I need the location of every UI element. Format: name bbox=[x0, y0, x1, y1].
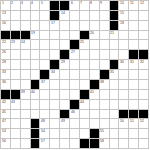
white-cell-r5c7[interactable]: 27 bbox=[70, 50, 79, 59]
white-cell-r9c7[interactable] bbox=[70, 90, 79, 99]
white-cell-r4c13[interactable] bbox=[129, 40, 138, 49]
clue-number-51: 51 bbox=[130, 119, 134, 123]
white-cell-r11c2[interactable] bbox=[21, 110, 30, 119]
white-cell-r10c2[interactable] bbox=[21, 100, 30, 109]
white-cell-r2c4[interactable] bbox=[40, 21, 49, 30]
clue-number-19: 19 bbox=[31, 31, 35, 35]
white-cell-r0c12[interactable]: 10 bbox=[119, 1, 128, 10]
black-cell-r11c14 bbox=[139, 110, 148, 119]
black-cell-r4c7 bbox=[70, 40, 79, 49]
white-cell-r13c10[interactable]: 55 bbox=[100, 129, 109, 138]
black-cell-r3c2 bbox=[21, 31, 30, 40]
clue-number-21: 21 bbox=[110, 31, 114, 35]
clue-number-4: 4 bbox=[31, 1, 33, 5]
white-cell-r14c6[interactable] bbox=[60, 139, 69, 148]
white-cell-r6c8[interactable] bbox=[80, 60, 89, 69]
white-cell-r10c4[interactable] bbox=[40, 100, 49, 109]
white-cell-r9c5[interactable] bbox=[50, 90, 59, 99]
white-cell-r3c5[interactable] bbox=[50, 31, 59, 40]
white-cell-r2c1[interactable] bbox=[11, 21, 20, 30]
white-cell-r4c3[interactable] bbox=[31, 40, 40, 49]
white-cell-r2c6[interactable] bbox=[60, 21, 69, 30]
white-cell-r2c14[interactable] bbox=[139, 21, 148, 30]
white-cell-r5c12[interactable] bbox=[119, 50, 128, 59]
black-cell-r7c10 bbox=[100, 70, 109, 79]
white-cell-r12c1[interactable] bbox=[11, 119, 20, 128]
white-cell-r9c6[interactable] bbox=[60, 90, 69, 99]
black-cell-r9c8 bbox=[80, 90, 89, 99]
clue-number-20: 20 bbox=[90, 31, 94, 35]
white-cell-r2c8[interactable] bbox=[80, 21, 89, 30]
crossword-board: 1234567891011121314151617181920212223242… bbox=[0, 0, 149, 149]
white-cell-r8c5[interactable] bbox=[50, 80, 59, 89]
white-cell-r6c3[interactable] bbox=[31, 60, 40, 69]
white-cell-r10c0[interactable]: 42 bbox=[1, 100, 10, 109]
white-cell-r11c7[interactable]: 46 bbox=[70, 110, 79, 119]
black-cell-r6c5 bbox=[50, 60, 59, 69]
clue-number-18: 18 bbox=[120, 21, 124, 25]
black-cell-r11c12 bbox=[119, 110, 128, 119]
white-cell-r4c9[interactable] bbox=[90, 40, 99, 49]
black-cell-r0c5 bbox=[50, 1, 59, 10]
white-cell-r12c2[interactable] bbox=[21, 119, 30, 128]
white-cell-r5c0[interactable]: 26 bbox=[1, 50, 10, 59]
black-cell-r3c0 bbox=[1, 31, 10, 40]
clue-number-37: 37 bbox=[41, 80, 45, 84]
clue-number-46: 46 bbox=[71, 110, 75, 114]
white-cell-r11c3[interactable] bbox=[31, 110, 40, 119]
black-cell-r2c11 bbox=[110, 21, 119, 30]
white-cell-r0c8[interactable]: 7 bbox=[80, 1, 89, 10]
white-cell-r4c10[interactable] bbox=[100, 40, 109, 49]
white-cell-r2c3[interactable] bbox=[31, 21, 40, 30]
white-cell-r11c10[interactable] bbox=[100, 110, 109, 119]
white-cell-r13c14[interactable] bbox=[139, 129, 148, 138]
white-cell-r2c12[interactable]: 18 bbox=[119, 21, 128, 30]
black-cell-r0c6 bbox=[60, 1, 69, 10]
white-cell-r4c8[interactable]: 25 bbox=[80, 40, 89, 49]
white-cell-r7c0[interactable]: 33 bbox=[1, 70, 10, 79]
clue-number-9: 9 bbox=[100, 1, 102, 5]
clue-number-17: 17 bbox=[51, 21, 55, 25]
white-cell-r5c1[interactable] bbox=[11, 50, 20, 59]
white-cell-r6c1[interactable] bbox=[11, 60, 20, 69]
clue-number-27: 27 bbox=[71, 50, 75, 54]
white-cell-r2c2[interactable] bbox=[21, 21, 30, 30]
white-cell-r12c13[interactable]: 51 bbox=[129, 119, 138, 128]
white-cell-r3c10[interactable] bbox=[100, 31, 109, 40]
white-cell-r5c8[interactable] bbox=[80, 50, 89, 59]
white-cell-r8c6[interactable] bbox=[60, 80, 69, 89]
black-cell-r5c13 bbox=[129, 50, 138, 59]
clue-number-42: 42 bbox=[2, 100, 6, 104]
white-cell-r14c4[interactable]: 57 bbox=[40, 139, 49, 148]
white-cell-r6c2[interactable] bbox=[21, 60, 30, 69]
white-cell-r1c13[interactable] bbox=[129, 11, 138, 20]
white-cell-r13c12[interactable] bbox=[119, 129, 128, 138]
white-cell-r7c5[interactable]: 34 bbox=[50, 70, 59, 79]
white-cell-r14c2[interactable] bbox=[21, 139, 30, 148]
clue-number-35: 35 bbox=[110, 70, 114, 74]
clue-number-55: 55 bbox=[100, 129, 104, 133]
white-cell-r10c3[interactable] bbox=[31, 100, 40, 109]
white-cell-r5c5[interactable] bbox=[50, 50, 59, 59]
white-cell-r13c5[interactable] bbox=[50, 129, 59, 138]
clue-number-45: 45 bbox=[2, 110, 6, 114]
clue-number-14: 14 bbox=[61, 11, 65, 15]
white-cell-r10c1[interactable]: 43 bbox=[11, 100, 20, 109]
white-cell-r3c6[interactable] bbox=[60, 31, 69, 40]
white-cell-r3c11[interactable]: 21 bbox=[110, 31, 119, 40]
white-cell-r0c7[interactable]: 6 bbox=[70, 1, 79, 10]
white-cell-r14c5[interactable] bbox=[50, 139, 59, 148]
white-cell-r13c13[interactable] bbox=[129, 129, 138, 138]
clue-number-43: 43 bbox=[11, 100, 15, 104]
white-cell-r13c1[interactable] bbox=[11, 129, 20, 138]
white-cell-r8c8[interactable] bbox=[80, 80, 89, 89]
white-cell-r11c11[interactable] bbox=[110, 110, 119, 119]
clue-number-11: 11 bbox=[130, 1, 134, 5]
black-cell-r11c13 bbox=[129, 110, 138, 119]
white-cell-r1c7[interactable] bbox=[70, 11, 79, 20]
white-cell-r6c0[interactable]: 28 bbox=[1, 60, 10, 69]
white-cell-r4c2[interactable]: 24 bbox=[21, 40, 30, 49]
clue-number-49: 49 bbox=[61, 119, 65, 123]
white-cell-r7c13[interactable] bbox=[129, 70, 138, 79]
white-cell-r8c14[interactable] bbox=[139, 80, 148, 89]
black-cell-r8c9 bbox=[90, 80, 99, 89]
white-cell-r7c2[interactable] bbox=[21, 70, 30, 79]
white-cell-r4c12[interactable] bbox=[119, 40, 128, 49]
white-cell-r3c13[interactable] bbox=[129, 31, 138, 40]
white-cell-r7c9[interactable] bbox=[90, 70, 99, 79]
white-cell-r7c7[interactable] bbox=[70, 70, 79, 79]
black-cell-r6c11 bbox=[110, 60, 119, 69]
clue-number-50: 50 bbox=[120, 119, 124, 123]
white-cell-r1c2[interactable] bbox=[21, 11, 30, 20]
clue-number-22: 22 bbox=[2, 40, 6, 44]
white-cell-r6c6[interactable]: 29 bbox=[60, 60, 69, 69]
white-cell-r4c14[interactable] bbox=[139, 40, 148, 49]
white-cell-r7c1[interactable] bbox=[11, 70, 20, 79]
white-cell-r1c8[interactable] bbox=[80, 11, 89, 20]
white-cell-r12c11[interactable] bbox=[110, 119, 119, 128]
white-cell-r7c11[interactable]: 35 bbox=[110, 70, 119, 79]
white-cell-r5c3[interactable] bbox=[31, 50, 40, 59]
clue-number-5: 5 bbox=[41, 1, 43, 5]
white-cell-r10c8[interactable]: 44 bbox=[80, 100, 89, 109]
white-cell-r13c8[interactable] bbox=[80, 129, 89, 138]
black-cell-r11c6 bbox=[60, 110, 69, 119]
white-cell-r14c1[interactable] bbox=[11, 139, 20, 148]
clue-number-30: 30 bbox=[120, 60, 124, 64]
black-cell-r3c8 bbox=[80, 31, 89, 40]
black-cell-r9c0 bbox=[1, 90, 10, 99]
white-cell-r11c9[interactable] bbox=[90, 110, 99, 119]
white-cell-r6c10[interactable] bbox=[100, 60, 109, 69]
white-cell-r13c11[interactable] bbox=[110, 129, 119, 138]
white-cell-r8c1[interactable] bbox=[11, 80, 20, 89]
white-cell-r9c13[interactable] bbox=[129, 90, 138, 99]
white-cell-r6c9[interactable] bbox=[90, 60, 99, 69]
white-cell-r6c12[interactable]: 30 bbox=[119, 60, 128, 69]
white-cell-r9c9[interactable]: 41 bbox=[90, 90, 99, 99]
white-cell-r2c13[interactable] bbox=[129, 21, 138, 30]
white-cell-r10c11[interactable] bbox=[110, 100, 119, 109]
clue-number-38: 38 bbox=[100, 80, 104, 84]
white-cell-r1c9[interactable] bbox=[90, 11, 99, 20]
white-cell-r2c10[interactable] bbox=[100, 21, 109, 30]
white-cell-r14c13[interactable] bbox=[129, 139, 138, 148]
white-cell-r14c14[interactable] bbox=[139, 139, 148, 148]
white-cell-r5c9[interactable] bbox=[90, 50, 99, 59]
white-cell-r11c4[interactable] bbox=[40, 110, 49, 119]
clue-number-54: 54 bbox=[41, 129, 45, 133]
white-cell-r3c7[interactable] bbox=[70, 31, 79, 40]
black-cell-r13c3 bbox=[31, 129, 40, 138]
white-cell-r7c8[interactable] bbox=[80, 70, 89, 79]
white-cell-r0c1[interactable]: 2 bbox=[11, 1, 20, 10]
black-cell-r1c11 bbox=[110, 11, 119, 20]
white-cell-r3c14[interactable] bbox=[139, 31, 148, 40]
white-cell-r10c5[interactable] bbox=[50, 100, 59, 109]
clue-number-13: 13 bbox=[2, 11, 6, 15]
white-cell-r10c9[interactable] bbox=[90, 100, 99, 109]
white-cell-r12c12[interactable]: 50 bbox=[119, 119, 128, 128]
clue-number-44: 44 bbox=[80, 100, 84, 104]
white-cell-r13c0[interactable]: 53 bbox=[1, 129, 10, 138]
white-cell-r5c10[interactable] bbox=[100, 50, 109, 59]
white-cell-r10c6[interactable] bbox=[60, 100, 69, 109]
clue-number-58: 58 bbox=[100, 139, 104, 143]
white-cell-r12c0[interactable]: 47 bbox=[1, 119, 10, 128]
clue-number-2: 2 bbox=[11, 1, 13, 5]
white-cell-r0c3[interactable]: 4 bbox=[31, 1, 40, 10]
white-cell-r5c4[interactable] bbox=[40, 50, 49, 59]
white-cell-r14c10[interactable]: 58 bbox=[100, 139, 109, 148]
clue-number-6: 6 bbox=[71, 1, 73, 5]
white-cell-r12c9[interactable] bbox=[90, 119, 99, 128]
white-cell-r9c3[interactable]: 40 bbox=[31, 90, 40, 99]
black-cell-r1c5 bbox=[50, 11, 59, 20]
white-cell-r14c7[interactable] bbox=[70, 139, 79, 148]
clue-number-29: 29 bbox=[61, 60, 65, 64]
white-cell-r4c4[interactable] bbox=[40, 40, 49, 49]
clue-number-47: 47 bbox=[2, 119, 6, 123]
white-cell-r0c14[interactable]: 12 bbox=[139, 1, 148, 10]
white-cell-r1c14[interactable] bbox=[139, 11, 148, 20]
black-cell-r12c3 bbox=[31, 119, 40, 128]
white-cell-r4c1[interactable]: 23 bbox=[11, 40, 20, 49]
white-cell-r4c11[interactable] bbox=[110, 40, 119, 49]
white-cell-r1c10[interactable] bbox=[100, 11, 109, 20]
clue-number-3: 3 bbox=[21, 1, 23, 5]
white-cell-r6c14[interactable]: 32 bbox=[139, 60, 148, 69]
white-cell-r10c12[interactable] bbox=[119, 100, 128, 109]
white-cell-r13c7[interactable] bbox=[70, 129, 79, 138]
black-cell-r13c9 bbox=[90, 129, 99, 138]
black-cell-r7c4 bbox=[40, 70, 49, 79]
white-cell-r9c12[interactable] bbox=[119, 90, 128, 99]
white-cell-r11c8[interactable] bbox=[80, 110, 89, 119]
clue-number-23: 23 bbox=[11, 40, 15, 44]
white-cell-r3c9[interactable]: 20 bbox=[90, 31, 99, 40]
white-cell-r10c13[interactable] bbox=[129, 100, 138, 109]
clue-number-34: 34 bbox=[51, 70, 55, 74]
clue-number-56: 56 bbox=[2, 139, 6, 143]
white-cell-r14c11[interactable] bbox=[110, 139, 119, 148]
clue-number-52: 52 bbox=[140, 119, 144, 123]
clue-number-16: 16 bbox=[2, 21, 6, 25]
white-cell-r0c4[interactable]: 5 bbox=[40, 1, 49, 10]
white-cell-r13c4[interactable]: 54 bbox=[40, 129, 49, 138]
white-cell-r4c5[interactable] bbox=[50, 40, 59, 49]
black-cell-r3c1 bbox=[11, 31, 20, 40]
white-cell-r12c5[interactable] bbox=[50, 119, 59, 128]
black-cell-r5c14 bbox=[139, 50, 148, 59]
white-cell-r1c12[interactable]: 15 bbox=[119, 11, 128, 20]
white-cell-r13c6[interactable] bbox=[60, 129, 69, 138]
clue-number-53: 53 bbox=[2, 129, 6, 133]
white-cell-r8c4[interactable]: 37 bbox=[40, 80, 49, 89]
white-cell-r1c3[interactable] bbox=[31, 11, 40, 20]
white-cell-r2c7[interactable] bbox=[70, 21, 79, 30]
white-cell-r8c0[interactable]: 36 bbox=[1, 80, 10, 89]
white-cell-r1c1[interactable] bbox=[11, 11, 20, 20]
white-cell-r8c11[interactable] bbox=[110, 80, 119, 89]
clue-number-15: 15 bbox=[120, 11, 124, 15]
white-cell-r9c14[interactable] bbox=[139, 90, 148, 99]
white-cell-r12c6[interactable]: 49 bbox=[60, 119, 69, 128]
white-cell-r0c2[interactable]: 3 bbox=[21, 1, 30, 10]
black-cell-r9c1 bbox=[11, 90, 20, 99]
white-cell-r0c9[interactable]: 8 bbox=[90, 1, 99, 10]
white-cell-r0c10[interactable]: 9 bbox=[100, 1, 109, 10]
clue-number-1: 1 bbox=[2, 1, 4, 5]
white-cell-r5c11[interactable] bbox=[110, 50, 119, 59]
white-cell-r2c5[interactable]: 17 bbox=[50, 21, 59, 30]
white-cell-r6c13[interactable]: 31 bbox=[129, 60, 138, 69]
clue-number-24: 24 bbox=[21, 40, 25, 44]
black-cell-r0c11 bbox=[110, 1, 119, 10]
white-cell-r1c6[interactable]: 14 bbox=[60, 11, 69, 20]
white-cell-r5c2[interactable] bbox=[21, 50, 30, 59]
white-cell-r8c13[interactable] bbox=[129, 80, 138, 89]
white-cell-r7c3[interactable] bbox=[31, 70, 40, 79]
white-cell-r7c6[interactable] bbox=[60, 70, 69, 79]
clue-number-40: 40 bbox=[31, 90, 35, 94]
white-cell-r14c12[interactable] bbox=[119, 139, 128, 148]
white-cell-r11c0[interactable]: 45 bbox=[1, 110, 10, 119]
black-cell-r14c9 bbox=[90, 139, 99, 148]
white-cell-r8c7[interactable] bbox=[70, 80, 79, 89]
white-cell-r3c4[interactable] bbox=[40, 31, 49, 40]
clue-number-8: 8 bbox=[90, 1, 92, 5]
clue-number-57: 57 bbox=[41, 139, 45, 143]
white-cell-r8c10[interactable]: 38 bbox=[100, 80, 109, 89]
black-cell-r14c8 bbox=[80, 139, 89, 148]
white-cell-r9c11[interactable] bbox=[110, 90, 119, 99]
white-cell-r12c10[interactable] bbox=[100, 119, 109, 128]
white-cell-r14c0[interactable]: 56 bbox=[1, 139, 10, 148]
white-cell-r9c4[interactable] bbox=[40, 90, 49, 99]
white-cell-r8c12[interactable] bbox=[119, 80, 128, 89]
clue-number-10: 10 bbox=[120, 1, 124, 5]
white-cell-r1c0[interactable]: 13 bbox=[1, 11, 10, 20]
white-cell-r10c14[interactable] bbox=[139, 100, 148, 109]
white-cell-r1c4[interactable] bbox=[40, 11, 49, 20]
white-cell-r6c4[interactable] bbox=[40, 60, 49, 69]
clue-number-36: 36 bbox=[2, 80, 6, 84]
white-cell-r12c7[interactable] bbox=[70, 119, 79, 128]
clue-number-31: 31 bbox=[130, 60, 134, 64]
white-cell-r11c5[interactable] bbox=[50, 110, 59, 119]
white-cell-r9c2[interactable]: 39 bbox=[21, 90, 30, 99]
clue-number-39: 39 bbox=[21, 90, 25, 94]
black-cell-r10c7 bbox=[70, 100, 79, 109]
black-cell-r8c3 bbox=[31, 80, 40, 89]
white-cell-r11c1[interactable] bbox=[11, 110, 20, 119]
white-cell-r10c10[interactable] bbox=[100, 100, 109, 109]
white-cell-r9c10[interactable] bbox=[100, 90, 109, 99]
clue-number-28: 28 bbox=[2, 60, 6, 64]
white-cell-r12c14[interactable]: 52 bbox=[139, 119, 148, 128]
white-cell-r4c0[interactable]: 22 bbox=[1, 40, 10, 49]
white-cell-r7c12[interactable] bbox=[119, 70, 128, 79]
clue-number-12: 12 bbox=[140, 1, 144, 5]
black-cell-r14c3 bbox=[31, 139, 40, 148]
white-cell-r2c0[interactable]: 16 bbox=[1, 21, 10, 30]
clue-number-33: 33 bbox=[2, 70, 6, 74]
clue-number-48: 48 bbox=[41, 119, 45, 123]
clue-number-7: 7 bbox=[80, 1, 82, 5]
white-cell-r3c3[interactable]: 19 bbox=[31, 31, 40, 40]
clue-number-25: 25 bbox=[80, 40, 84, 44]
white-cell-r3c12[interactable] bbox=[119, 31, 128, 40]
white-cell-r12c8[interactable] bbox=[80, 119, 89, 128]
white-cell-r13c2[interactable] bbox=[21, 129, 30, 138]
white-cell-r2c9[interactable] bbox=[90, 21, 99, 30]
white-cell-r6c7[interactable] bbox=[70, 60, 79, 69]
clue-number-32: 32 bbox=[140, 60, 144, 64]
white-cell-r0c13[interactable]: 11 bbox=[129, 1, 138, 10]
white-cell-r0c0[interactable]: 1 bbox=[1, 1, 10, 10]
white-cell-r7c14[interactable] bbox=[139, 70, 148, 79]
clue-number-41: 41 bbox=[90, 90, 94, 94]
white-cell-r4c6[interactable] bbox=[60, 40, 69, 49]
black-cell-r5c6 bbox=[60, 50, 69, 59]
white-cell-r8c2[interactable] bbox=[21, 80, 30, 89]
clue-number-26: 26 bbox=[2, 50, 6, 54]
white-cell-r12c4[interactable]: 48 bbox=[40, 119, 49, 128]
